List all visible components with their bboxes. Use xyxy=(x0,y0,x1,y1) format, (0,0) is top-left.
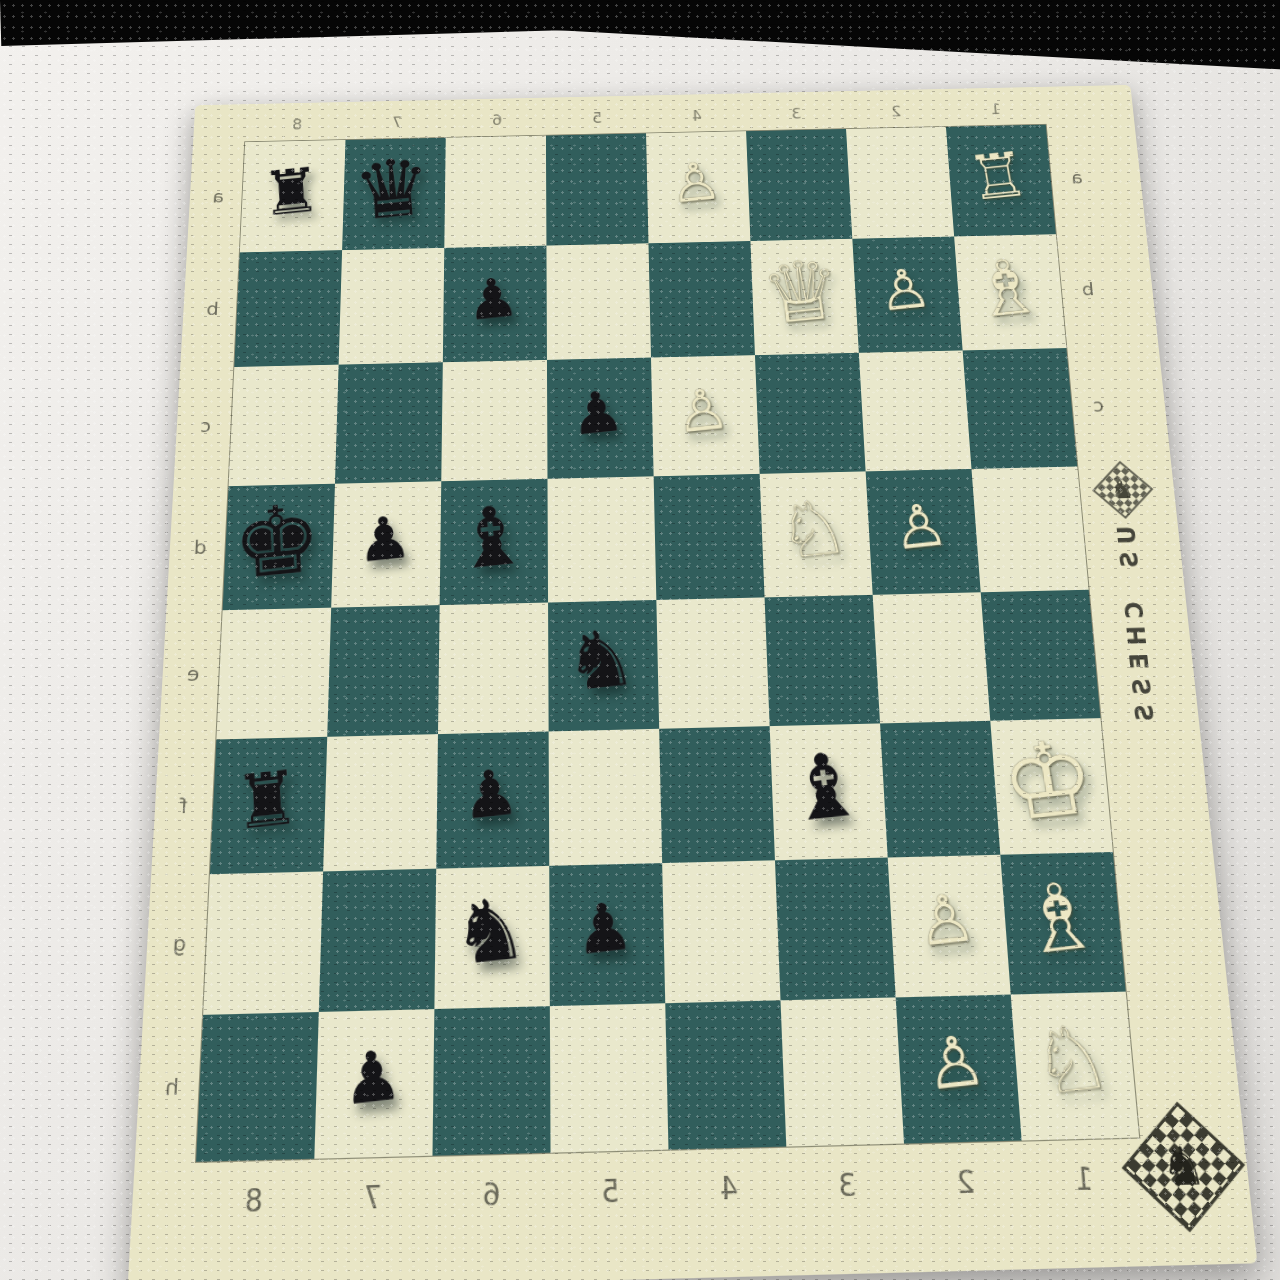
black-rook-f8: ♜ xyxy=(232,759,302,840)
square-d8: ♚ xyxy=(223,484,335,611)
square-e6 xyxy=(438,603,549,735)
square-h5 xyxy=(550,1003,669,1152)
square-e7 xyxy=(327,605,439,737)
black-pawn-b6: ♟ xyxy=(464,270,522,330)
square-d4 xyxy=(654,474,765,600)
rank-label-top-5: 5 xyxy=(592,110,602,127)
file-label-left-f: f xyxy=(179,793,188,818)
black-bishop-d6: ♝ xyxy=(450,492,533,581)
black-knight-g6: ♞ xyxy=(449,885,532,979)
black-bishop-f3: ♝ xyxy=(780,738,871,835)
square-h6 xyxy=(432,1006,550,1156)
square-a2 xyxy=(846,127,954,239)
square-d3: ♘ xyxy=(760,471,873,597)
square-e4 xyxy=(656,597,769,728)
square-g6: ♞ xyxy=(434,866,549,1009)
square-g4 xyxy=(662,860,780,1003)
square-f1: ♔ xyxy=(990,718,1113,855)
file-label-left-c: c xyxy=(200,415,212,437)
square-g1: ♗ xyxy=(1000,852,1125,995)
rank-label-bottom-1: 1 xyxy=(1074,1162,1095,1197)
white-knight-d3: ♘ xyxy=(773,488,854,571)
square-b5 xyxy=(546,243,651,360)
square-d6: ♝ xyxy=(440,479,548,605)
square-e3 xyxy=(765,595,880,726)
square-c8 xyxy=(229,365,339,487)
file-label-left-h: h xyxy=(164,1073,179,1100)
rank-label-top-6: 6 xyxy=(492,112,502,129)
rank-label-bottom-6: 6 xyxy=(482,1177,500,1212)
square-e8 xyxy=(216,608,331,740)
file-label-right-c: c xyxy=(1092,394,1105,416)
square-g3 xyxy=(775,858,896,1001)
rank-label-bottom-2: 2 xyxy=(956,1165,976,1200)
square-c4: ♙ xyxy=(651,355,760,476)
file-label-left-e: e xyxy=(186,662,200,686)
board-grid: ♜♛♙♖♟♕♙♗♟♙♚♟♝♘♙♞♜♟♝♔♞♟♙♗♟♙♘ xyxy=(196,125,1139,1162)
square-b7 xyxy=(339,248,445,365)
square-d2: ♙ xyxy=(866,469,981,595)
rank-label-bottom-8: 8 xyxy=(244,1183,264,1219)
square-c2 xyxy=(859,350,972,471)
square-a1: ♖ xyxy=(946,125,1056,237)
square-f3: ♝ xyxy=(770,723,888,860)
square-c6 xyxy=(441,360,547,481)
square-h1: ♘ xyxy=(1011,992,1139,1141)
square-a4: ♙ xyxy=(646,131,750,243)
white-pawn-g2: ♙ xyxy=(912,884,980,957)
square-a6 xyxy=(444,136,546,248)
black-queen-a7: ♛ xyxy=(350,146,435,233)
file-label-left-a: a xyxy=(212,186,225,207)
square-c7 xyxy=(335,362,443,483)
white-pawn-c4: ♙ xyxy=(672,380,733,442)
square-g8 xyxy=(203,871,323,1014)
chessboard: ♜♛♙♖♟♕♙♗♟♙♚♟♝♘♙♞♜♟♝♔♞♟♙♗♟♙♘ 876543218765… xyxy=(127,85,1257,1280)
square-h8 xyxy=(196,1012,319,1162)
black-pawn-c5: ♟ xyxy=(568,382,628,444)
square-g5: ♟ xyxy=(549,863,665,1006)
square-b2: ♙ xyxy=(852,236,962,352)
square-h3 xyxy=(781,997,905,1146)
rank-label-bottom-7: 7 xyxy=(363,1180,382,1216)
file-label-left-d: d xyxy=(193,536,207,559)
square-f8: ♜ xyxy=(210,737,327,874)
square-f6: ♟ xyxy=(436,731,549,868)
rank-label-top-4: 4 xyxy=(692,107,703,124)
square-f4 xyxy=(659,726,775,863)
square-g7 xyxy=(319,869,436,1012)
square-a5 xyxy=(546,133,649,245)
rank-label-top-1: 1 xyxy=(990,101,1001,118)
rank-label-top-7: 7 xyxy=(392,114,402,131)
square-d7: ♟ xyxy=(331,481,441,607)
white-knight-h1: ♘ xyxy=(1026,1011,1117,1109)
square-b8 xyxy=(234,250,342,367)
white-pawn-b2: ♙ xyxy=(874,260,935,319)
square-g2: ♙ xyxy=(888,855,1011,998)
black-pawn-f6: ♟ xyxy=(459,760,522,830)
square-a7: ♛ xyxy=(342,138,446,250)
knight-diamond-icon: ♞ xyxy=(1092,461,1153,519)
rank-label-top-8: 8 xyxy=(292,116,303,133)
square-a3 xyxy=(746,129,852,241)
rank-label-top-3: 3 xyxy=(791,105,802,122)
rank-label-bottom-5: 5 xyxy=(601,1174,620,1209)
file-label-right-b: b xyxy=(1081,278,1095,299)
rank-label-bottom-4: 4 xyxy=(719,1171,738,1206)
white-bishop-g1: ♗ xyxy=(1012,867,1108,968)
file-label-left-g: g xyxy=(172,930,187,956)
square-h7: ♟ xyxy=(314,1009,434,1159)
square-c1 xyxy=(963,348,1078,469)
white-bishop-b1: ♗ xyxy=(964,247,1050,329)
square-d5 xyxy=(547,476,656,602)
white-pawn-h2: ♙ xyxy=(920,1025,990,1101)
white-pawn-d2: ♙ xyxy=(888,495,952,559)
rank-label-bottom-3: 3 xyxy=(838,1168,858,1203)
square-e2 xyxy=(873,592,991,723)
black-pawn-h7: ♟ xyxy=(341,1040,405,1116)
black-king-d8: ♚ xyxy=(230,490,324,594)
square-h4 xyxy=(665,1000,786,1149)
rank-label-top-2: 2 xyxy=(891,103,902,120)
square-h2: ♙ xyxy=(896,995,1022,1144)
square-b4 xyxy=(648,241,754,357)
black-pawn-d7: ♟ xyxy=(355,507,414,572)
white-rook-a1: ♖ xyxy=(963,143,1033,209)
white-pawn-a4: ♙ xyxy=(666,154,724,211)
square-f7 xyxy=(323,734,438,871)
photo-scene: ♜♛♙♖♟♕♙♗♟♙♚♟♝♘♙♞♜♟♝♔♞♟♙♗♟♙♘ 876543218765… xyxy=(0,0,1280,1280)
square-f2 xyxy=(880,721,1000,858)
square-f5 xyxy=(549,729,663,866)
black-knight-e5: ♞ xyxy=(561,617,641,704)
square-e5: ♞ xyxy=(548,600,659,731)
square-b6: ♟ xyxy=(443,246,547,363)
white-king-f1: ♔ xyxy=(994,725,1103,838)
square-c5: ♟ xyxy=(547,358,654,479)
file-label-left-b: b xyxy=(206,298,219,319)
square-e1 xyxy=(981,590,1101,721)
us-chess-brand-text: US CHESS xyxy=(1115,523,1157,727)
square-c3 xyxy=(755,353,866,474)
black-pawn-g5: ♟ xyxy=(572,892,637,965)
white-queen-b3: ♕ xyxy=(756,248,847,338)
square-d1 xyxy=(971,466,1088,592)
square-b1: ♗ xyxy=(954,234,1066,350)
black-rook-a8: ♜ xyxy=(259,158,323,225)
square-b3: ♕ xyxy=(750,239,858,355)
file-label-right-a: a xyxy=(1070,167,1083,187)
square-a8: ♜ xyxy=(240,140,346,252)
